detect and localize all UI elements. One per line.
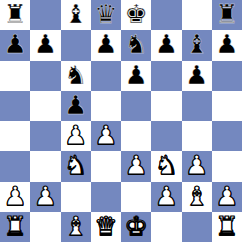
square-d4[interactable]: ♟	[91, 121, 121, 151]
square-b7[interactable]: ♟	[30, 30, 60, 60]
square-g3[interactable]: ♟	[182, 151, 212, 181]
square-c4[interactable]: ♟	[61, 121, 91, 151]
piece-white-pawn[interactable]: ♟	[64, 122, 87, 148]
square-b4[interactable]	[30, 121, 60, 151]
square-h4[interactable]	[212, 121, 242, 151]
square-b5[interactable]	[30, 91, 60, 121]
square-f6[interactable]	[151, 61, 181, 91]
square-e7[interactable]: ♞	[121, 30, 151, 60]
piece-white-knight[interactable]: ♞	[155, 152, 178, 178]
square-g8[interactable]	[182, 0, 212, 30]
square-c1[interactable]: ♝	[61, 212, 91, 242]
piece-black-queen[interactable]: ♛	[94, 1, 117, 27]
square-g6[interactable]: ♟	[182, 61, 212, 91]
square-e4[interactable]	[121, 121, 151, 151]
square-d5[interactable]	[91, 91, 121, 121]
piece-white-knight[interactable]: ♞	[64, 152, 87, 178]
piece-white-bishop[interactable]: ♝	[64, 213, 87, 239]
piece-white-rook[interactable]: ♜	[3, 213, 26, 239]
piece-white-pawn[interactable]: ♟	[3, 183, 26, 209]
piece-white-pawn[interactable]: ♟	[185, 152, 208, 178]
piece-white-pawn[interactable]: ♟	[34, 183, 57, 209]
piece-black-bishop[interactable]: ♝	[185, 31, 208, 57]
square-d8[interactable]: ♛	[91, 0, 121, 30]
square-d2[interactable]	[91, 182, 121, 212]
square-b1[interactable]	[30, 212, 60, 242]
piece-black-pawn[interactable]: ♟	[155, 31, 178, 57]
piece-black-rook[interactable]: ♜	[215, 1, 238, 27]
square-g7[interactable]: ♝	[182, 30, 212, 60]
piece-white-pawn[interactable]: ♟	[94, 122, 117, 148]
square-a4[interactable]	[0, 121, 30, 151]
square-a2[interactable]: ♟	[0, 182, 30, 212]
piece-black-pawn[interactable]: ♟	[124, 62, 147, 88]
piece-black-knight[interactable]: ♞	[64, 62, 87, 88]
square-f2[interactable]: ♟	[151, 182, 181, 212]
square-a7[interactable]: ♟	[0, 30, 30, 60]
square-a6[interactable]	[0, 61, 30, 91]
piece-white-queen[interactable]: ♛	[94, 213, 117, 239]
square-a8[interactable]: ♜	[0, 0, 30, 30]
square-b8[interactable]	[30, 0, 60, 30]
square-f7[interactable]: ♟	[151, 30, 181, 60]
piece-black-knight[interactable]: ♞	[124, 31, 147, 57]
square-d1[interactable]: ♛	[91, 212, 121, 242]
square-h1[interactable]: ♜	[212, 212, 242, 242]
chess-board: ♜♝♛♚♜♟♟♟♞♟♝♟♞♟♟♟♟♟♞♟♞♟♟♟♟♝♟♜♝♛♚♜	[0, 0, 242, 242]
square-g2[interactable]: ♝	[182, 182, 212, 212]
piece-white-pawn[interactable]: ♟	[124, 152, 147, 178]
square-e8[interactable]: ♚	[121, 0, 151, 30]
piece-black-pawn[interactable]: ♟	[215, 31, 238, 57]
square-e3[interactable]: ♟	[121, 151, 151, 181]
piece-black-pawn[interactable]: ♟	[64, 92, 87, 118]
piece-white-pawn[interactable]: ♟	[215, 183, 238, 209]
square-c3[interactable]: ♞	[61, 151, 91, 181]
piece-black-pawn[interactable]: ♟	[94, 31, 117, 57]
square-f4[interactable]	[151, 121, 181, 151]
square-e1[interactable]: ♚	[121, 212, 151, 242]
square-b2[interactable]: ♟	[30, 182, 60, 212]
square-e6[interactable]: ♟	[121, 61, 151, 91]
square-g5[interactable]	[182, 91, 212, 121]
piece-black-pawn[interactable]: ♟	[185, 62, 208, 88]
square-a3[interactable]	[0, 151, 30, 181]
piece-black-king[interactable]: ♚	[124, 1, 147, 27]
square-h3[interactable]	[212, 151, 242, 181]
square-f3[interactable]: ♞	[151, 151, 181, 181]
square-a5[interactable]	[0, 91, 30, 121]
square-h6[interactable]	[212, 61, 242, 91]
square-e2[interactable]	[121, 182, 151, 212]
square-b3[interactable]	[30, 151, 60, 181]
square-f8[interactable]	[151, 0, 181, 30]
square-d6[interactable]	[91, 61, 121, 91]
piece-black-bishop[interactable]: ♝	[64, 1, 87, 27]
piece-black-rook[interactable]: ♜	[3, 1, 26, 27]
square-f5[interactable]	[151, 91, 181, 121]
piece-white-king[interactable]: ♚	[124, 213, 147, 239]
piece-black-pawn[interactable]: ♟	[34, 31, 57, 57]
square-c8[interactable]: ♝	[61, 0, 91, 30]
square-d3[interactable]	[91, 151, 121, 181]
square-c6[interactable]: ♞	[61, 61, 91, 91]
square-a1[interactable]: ♜	[0, 212, 30, 242]
square-c2[interactable]	[61, 182, 91, 212]
piece-white-pawn[interactable]: ♟	[155, 183, 178, 209]
piece-black-pawn[interactable]: ♟	[3, 31, 26, 57]
square-c7[interactable]	[61, 30, 91, 60]
square-g4[interactable]	[182, 121, 212, 151]
square-h8[interactable]: ♜	[212, 0, 242, 30]
square-b6[interactable]	[30, 61, 60, 91]
square-d7[interactable]: ♟	[91, 30, 121, 60]
square-h5[interactable]	[212, 91, 242, 121]
piece-white-rook[interactable]: ♜	[215, 213, 238, 239]
square-e5[interactable]	[121, 91, 151, 121]
piece-white-bishop[interactable]: ♝	[185, 183, 208, 209]
square-h2[interactable]: ♟	[212, 182, 242, 212]
square-g1[interactable]	[182, 212, 212, 242]
square-c5[interactable]: ♟	[61, 91, 91, 121]
square-f1[interactable]	[151, 212, 181, 242]
square-h7[interactable]: ♟	[212, 30, 242, 60]
